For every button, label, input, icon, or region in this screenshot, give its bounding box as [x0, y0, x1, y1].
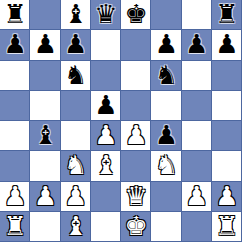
square-g6[interactable] [182, 61, 212, 91]
piece-white-queen-icon[interactable]: ♛ [124, 183, 147, 209]
square-e4[interactable]: ♟ [121, 121, 151, 151]
piece-black-bishop-icon[interactable]: ♝ [64, 1, 87, 27]
square-d3[interactable]: ♝ [91, 151, 121, 181]
piece-white-pawn-icon[interactable]: ♟ [215, 183, 238, 209]
square-d4[interactable]: ♟ [91, 121, 121, 151]
piece-black-king-icon[interactable]: ♚ [124, 1, 147, 27]
square-c2[interactable]: ♟ [61, 182, 91, 212]
piece-black-pawn-icon[interactable]: ♟ [155, 122, 178, 148]
square-g4[interactable] [182, 121, 212, 151]
square-a1[interactable]: ♜ [0, 212, 30, 242]
piece-white-pawn-icon[interactable]: ♟ [185, 183, 208, 209]
square-a3[interactable] [0, 151, 30, 181]
square-c8[interactable]: ♝ [61, 0, 91, 30]
square-f8[interactable] [151, 0, 181, 30]
square-f7[interactable]: ♟ [151, 30, 181, 60]
piece-black-pawn-icon[interactable]: ♟ [185, 31, 208, 57]
square-f5[interactable] [151, 91, 181, 121]
piece-black-pawn-icon[interactable]: ♟ [34, 31, 57, 57]
square-a7[interactable]: ♟ [0, 30, 30, 60]
square-b7[interactable]: ♟ [30, 30, 60, 60]
square-d2[interactable] [91, 182, 121, 212]
square-e7[interactable] [121, 30, 151, 60]
piece-black-rook-icon[interactable]: ♜ [215, 1, 238, 27]
square-d7[interactable] [91, 30, 121, 60]
piece-white-rook-icon[interactable]: ♜ [3, 213, 26, 239]
chess-board: ♜♝♛♚♜♟♟♟♟♟♟♞♞♟♝♟♟♟♞♝♞♟♟♟♛♟♟♜♝♚♜ [0, 0, 242, 242]
square-g1[interactable] [182, 212, 212, 242]
piece-black-knight-icon[interactable]: ♞ [64, 62, 87, 88]
square-e6[interactable] [121, 61, 151, 91]
piece-black-pawn-icon[interactable]: ♟ [215, 31, 238, 57]
square-g8[interactable] [182, 0, 212, 30]
piece-white-bishop-icon[interactable]: ♝ [64, 213, 87, 239]
piece-white-pawn-icon[interactable]: ♟ [64, 183, 87, 209]
square-c3[interactable]: ♞ [61, 151, 91, 181]
piece-black-pawn-icon[interactable]: ♟ [155, 31, 178, 57]
square-c1[interactable]: ♝ [61, 212, 91, 242]
square-g3[interactable] [182, 151, 212, 181]
square-h8[interactable]: ♜ [212, 0, 242, 30]
square-h5[interactable] [212, 91, 242, 121]
square-b4[interactable]: ♝ [30, 121, 60, 151]
piece-white-pawn-icon[interactable]: ♟ [34, 183, 57, 209]
square-g7[interactable]: ♟ [182, 30, 212, 60]
square-h6[interactable] [212, 61, 242, 91]
square-d8[interactable]: ♛ [91, 0, 121, 30]
square-c5[interactable] [61, 91, 91, 121]
square-h7[interactable]: ♟ [212, 30, 242, 60]
square-c7[interactable]: ♟ [61, 30, 91, 60]
square-h2[interactable]: ♟ [212, 182, 242, 212]
piece-black-queen-icon[interactable]: ♛ [94, 1, 117, 27]
square-b2[interactable]: ♟ [30, 182, 60, 212]
square-f6[interactable]: ♞ [151, 61, 181, 91]
square-d5[interactable]: ♟ [91, 91, 121, 121]
square-a5[interactable] [0, 91, 30, 121]
square-b3[interactable] [30, 151, 60, 181]
square-a6[interactable] [0, 61, 30, 91]
square-a8[interactable]: ♜ [0, 0, 30, 30]
square-f3[interactable]: ♞ [151, 151, 181, 181]
square-e5[interactable] [121, 91, 151, 121]
square-b8[interactable] [30, 0, 60, 30]
piece-white-bishop-icon[interactable]: ♝ [94, 152, 117, 178]
square-h4[interactable] [212, 121, 242, 151]
piece-white-pawn-icon[interactable]: ♟ [94, 122, 117, 148]
piece-black-knight-icon[interactable]: ♞ [155, 62, 178, 88]
piece-black-bishop-icon[interactable]: ♝ [34, 122, 57, 148]
square-f4[interactable]: ♟ [151, 121, 181, 151]
square-b6[interactable] [30, 61, 60, 91]
square-f2[interactable] [151, 182, 181, 212]
square-c4[interactable] [61, 121, 91, 151]
square-e1[interactable]: ♚ [121, 212, 151, 242]
square-b1[interactable] [30, 212, 60, 242]
square-h1[interactable]: ♜ [212, 212, 242, 242]
square-c6[interactable]: ♞ [61, 61, 91, 91]
piece-white-knight-icon[interactable]: ♞ [155, 152, 178, 178]
piece-white-knight-icon[interactable]: ♞ [64, 152, 87, 178]
square-e8[interactable]: ♚ [121, 0, 151, 30]
piece-black-rook-icon[interactable]: ♜ [3, 1, 26, 27]
piece-white-pawn-icon[interactable]: ♟ [3, 183, 26, 209]
square-g2[interactable]: ♟ [182, 182, 212, 212]
piece-black-pawn-icon[interactable]: ♟ [94, 92, 117, 118]
square-b5[interactable] [30, 91, 60, 121]
square-g5[interactable] [182, 91, 212, 121]
square-d1[interactable] [91, 212, 121, 242]
square-f1[interactable] [151, 212, 181, 242]
square-e2[interactable]: ♛ [121, 182, 151, 212]
square-d6[interactable] [91, 61, 121, 91]
square-e3[interactable] [121, 151, 151, 181]
piece-black-pawn-icon[interactable]: ♟ [3, 31, 26, 57]
square-a4[interactable] [0, 121, 30, 151]
piece-white-king-icon[interactable]: ♚ [124, 213, 147, 239]
piece-white-rook-icon[interactable]: ♜ [215, 213, 238, 239]
square-a2[interactable]: ♟ [0, 182, 30, 212]
square-h3[interactable] [212, 151, 242, 181]
piece-black-pawn-icon[interactable]: ♟ [64, 31, 87, 57]
piece-white-pawn-icon[interactable]: ♟ [124, 122, 147, 148]
